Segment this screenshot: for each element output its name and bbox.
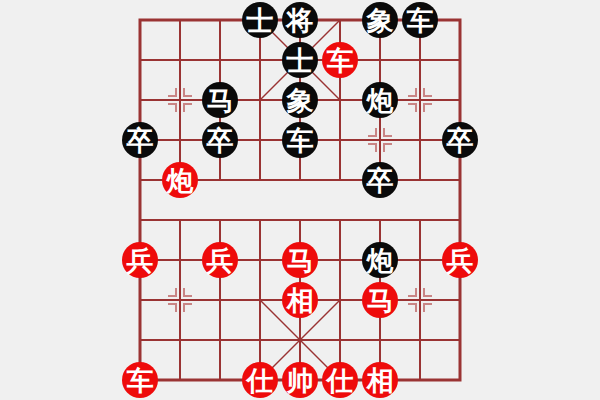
piece-red-cannon[interactable]: 炮	[162, 162, 198, 198]
piece-red-horse[interactable]: 马	[282, 242, 318, 278]
piece-red-chariot[interactable]: 车	[322, 42, 358, 78]
piece-red-chariot[interactable]: 车	[122, 362, 158, 398]
xiangqi-board: 士将象车士车马象炮卒卒车卒炮卒兵兵马炮兵相马车仕帅仕相	[120, 0, 480, 400]
piece-red-general[interactable]: 帅	[282, 362, 318, 398]
piece-red-elephant[interactable]: 相	[362, 362, 398, 398]
piece-black-general[interactable]: 将	[282, 2, 318, 38]
piece-black-horse[interactable]: 马	[202, 82, 238, 118]
piece-red-horse[interactable]: 马	[362, 282, 398, 318]
piece-black-advisor[interactable]: 士	[242, 2, 278, 38]
piece-black-cannon[interactable]: 炮	[362, 242, 398, 278]
piece-red-soldier[interactable]: 兵	[442, 242, 478, 278]
piece-black-chariot[interactable]: 车	[402, 2, 438, 38]
piece-black-elephant[interactable]: 象	[282, 82, 318, 118]
piece-red-advisor[interactable]: 仕	[242, 362, 278, 398]
piece-black-soldier[interactable]: 卒	[442, 122, 478, 158]
piece-red-elephant[interactable]: 相	[282, 282, 318, 318]
piece-black-soldier[interactable]: 卒	[202, 122, 238, 158]
piece-red-soldier[interactable]: 兵	[202, 242, 238, 278]
xiangqi-board-screenshot: 士将象车士车马象炮卒卒车卒炮卒兵兵马炮兵相马车仕帅仕相	[0, 0, 600, 400]
piece-black-advisor[interactable]: 士	[282, 42, 318, 78]
piece-black-elephant[interactable]: 象	[362, 2, 398, 38]
piece-black-soldier[interactable]: 卒	[122, 122, 158, 158]
piece-red-soldier[interactable]: 兵	[122, 242, 158, 278]
piece-red-advisor[interactable]: 仕	[322, 362, 358, 398]
piece-black-soldier[interactable]: 卒	[362, 162, 398, 198]
piece-black-chariot[interactable]: 车	[282, 122, 318, 158]
piece-black-cannon[interactable]: 炮	[362, 82, 398, 118]
